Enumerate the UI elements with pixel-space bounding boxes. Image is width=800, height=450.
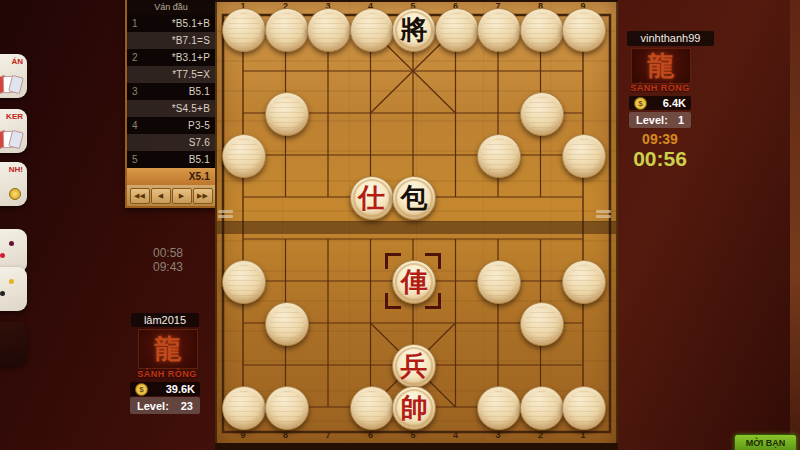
opponent-money-value: 6.4K (647, 97, 686, 109)
board-bottom-frame (215, 443, 618, 450)
opponent-money-badge: $ 6.4K (629, 96, 691, 110)
player-level-value: 23 (181, 400, 193, 412)
move-row[interactable]: *T7.5=X (127, 66, 215, 83)
opponent-name: vinhthanh99 (627, 31, 714, 46)
player-game-clock: 09:43 (143, 260, 193, 274)
hidden-piece[interactable] (265, 386, 309, 430)
hidden-piece[interactable] (265, 92, 309, 136)
piece-包[interactable]: 包 (392, 176, 436, 220)
dock-icon-label: ÁN (11, 57, 23, 66)
hidden-piece[interactable] (222, 386, 266, 430)
hidden-piece[interactable] (350, 386, 394, 430)
invite-friend-button[interactable]: MỜI BẠN (734, 434, 797, 450)
piece-俥[interactable]: 俥 (392, 260, 436, 304)
opponent-game-clock: 09:39 (629, 131, 691, 147)
nav-first-button[interactable]: ◀◀ (130, 188, 150, 204)
player-clan-label: SẢNH RỒNG (131, 369, 203, 379)
piece-將[interactable]: 將 (392, 8, 436, 52)
xiangqi-board[interactable]: 123456789 987654321 將仕包俥兵帥 (215, 0, 618, 450)
coord-bottom-4: 4 (446, 430, 466, 440)
hidden-piece[interactable] (520, 8, 564, 52)
coin-icon: $ (634, 97, 647, 110)
hidden-piece[interactable] (265, 302, 309, 346)
coord-bottom-3: 3 (488, 430, 508, 440)
coord-bottom-9: 9 (233, 430, 253, 440)
move-list-rows: 1*B5.1+B*B7.1=S2*B3.1+P*T7.5=X3B5.1*S4.5… (127, 15, 215, 185)
coord-bottom-7: 7 (318, 430, 338, 440)
dock-game-icon[interactable]: KER (0, 109, 27, 153)
move-row[interactable]: *S4.5+B (127, 100, 215, 117)
dragon-emblem-icon: 龍 (155, 331, 182, 367)
hidden-piece[interactable] (307, 8, 351, 52)
hidden-piece[interactable] (520, 302, 564, 346)
move-row[interactable]: 3B5.1 (127, 83, 215, 100)
piece-glyph: 將 (401, 9, 428, 51)
hidden-piece[interactable] (435, 8, 479, 52)
hidden-piece[interactable] (520, 92, 564, 136)
hidden-piece[interactable] (562, 8, 606, 52)
opponent-level-badge: Level: 1 (629, 112, 691, 128)
piece-兵[interactable]: 兵 (392, 344, 436, 388)
piece-glyph: 帥 (401, 387, 428, 429)
player-level-badge: Level: 23 (130, 397, 200, 414)
hidden-piece[interactable] (477, 134, 521, 178)
opponent-avatar[interactable]: 龍 (631, 48, 691, 84)
hidden-piece[interactable] (477, 260, 521, 304)
hidden-piece[interactable] (520, 386, 564, 430)
dock-game-icon[interactable]: NH! (0, 162, 27, 206)
hidden-piece[interactable] (222, 260, 266, 304)
coord-bottom-8: 8 (276, 430, 296, 440)
hidden-piece[interactable] (222, 134, 266, 178)
coord-bottom-2: 2 (531, 430, 551, 440)
piece-glyph: 兵 (401, 345, 428, 387)
move-nav-bar: ◀◀◀▶▶▶ (127, 185, 215, 206)
hidden-piece[interactable] (477, 386, 521, 430)
opponent-level-value: 1 (678, 114, 684, 126)
player-move-clock: 00:58 (143, 246, 193, 260)
move-row[interactable]: 1*B5.1+B (127, 15, 215, 32)
piece-glyph: 仕 (358, 177, 385, 219)
move-list-panel: Ván đầu 1*B5.1+B*B7.1=S2*B3.1+P*T7.5=X3B… (125, 0, 217, 208)
screen-right-edge (790, 0, 800, 450)
dock-icon-label: KER (6, 112, 23, 121)
move-row[interactable]: *B7.1=S (127, 32, 215, 49)
hidden-piece[interactable] (350, 8, 394, 52)
dock-game-icon[interactable] (0, 322, 27, 366)
opponent-level-label: Level: (636, 114, 668, 126)
dock-icon-label: NH! (9, 165, 23, 174)
move-row[interactable]: 4P3-5 (127, 117, 215, 134)
hidden-piece[interactable] (562, 386, 606, 430)
cards-icon (0, 76, 22, 94)
hidden-piece[interactable] (562, 260, 606, 304)
player-money-badge: $ 39.6K (130, 382, 200, 396)
coord-bottom-1: 1 (573, 430, 593, 440)
river-band (217, 222, 616, 234)
nav-last-button[interactable]: ▶▶ (193, 188, 213, 204)
player-avatar[interactable]: 龍 (138, 329, 198, 369)
coord-bottom-6: 6 (361, 430, 381, 440)
nav-next-button[interactable]: ▶ (172, 188, 192, 204)
river-left-mark (218, 210, 233, 219)
dock-game-icon[interactable]: ÁN (0, 54, 27, 98)
coin-icon (9, 188, 21, 200)
move-row[interactable]: 2*B3.1+P (127, 49, 215, 66)
dock-game-icon[interactable] (0, 267, 27, 311)
opponent-clan-label: SẢNH RỒNG (626, 83, 694, 93)
hidden-piece[interactable] (222, 8, 266, 52)
hidden-piece[interactable] (562, 134, 606, 178)
cards-icon (0, 131, 22, 149)
move-row[interactable]: 5B5.1 (127, 151, 215, 168)
hidden-piece[interactable] (477, 8, 521, 52)
player-level-label: Level: (137, 400, 169, 412)
hidden-piece[interactable] (265, 8, 309, 52)
piece-仕[interactable]: 仕 (350, 176, 394, 220)
opponent-move-clock: 00:56 (624, 147, 696, 171)
player-money-value: 39.6K (148, 383, 195, 395)
nav-prev-button[interactable]: ◀ (151, 188, 171, 204)
coin-icon: $ (135, 383, 148, 396)
piece-glyph: 俥 (401, 261, 428, 303)
coord-bottom-5: 5 (403, 430, 423, 440)
move-row[interactable]: X5.1 (127, 168, 215, 185)
move-row[interactable]: S7.6 (127, 134, 215, 151)
piece-glyph: 包 (401, 177, 428, 219)
river-right-mark (596, 210, 611, 219)
dragon-emblem-icon: 龍 (648, 48, 675, 84)
player-name: lâm2015 (131, 313, 199, 327)
piece-帥[interactable]: 帥 (392, 386, 436, 430)
move-list-header: Ván đầu (127, 0, 215, 15)
